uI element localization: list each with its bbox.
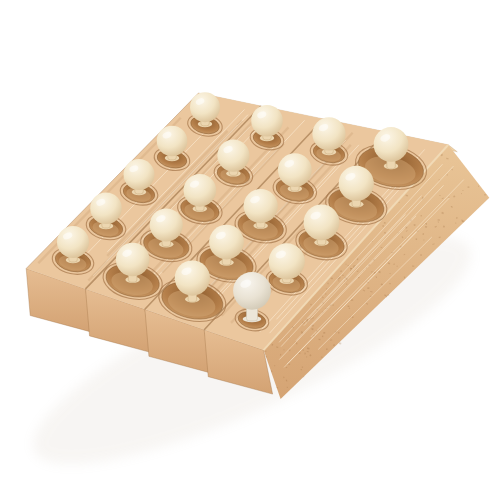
knob-ball	[278, 153, 312, 187]
wood-speckle	[301, 369, 303, 370]
wood-speckle	[339, 342, 341, 344]
wood-speckle	[367, 287, 369, 289]
wood-speckle	[322, 336, 323, 338]
wood-speckle	[484, 194, 486, 195]
knob-ball	[209, 225, 244, 260]
knob-ball	[150, 208, 183, 241]
cylinder-blocks-illustration	[0, 0, 500, 500]
wood-speckle	[325, 293, 326, 294]
wood-speckle	[326, 348, 328, 349]
wood-speckle	[288, 364, 290, 365]
wood-speckle	[397, 266, 398, 267]
wood-speckle	[306, 356, 307, 357]
wood-speckle	[423, 240, 424, 241]
knob-ball	[175, 260, 210, 295]
wood-speckle	[342, 275, 344, 276]
wood-speckle	[277, 387, 279, 388]
wood-speckle	[331, 277, 333, 279]
knob-ball	[190, 92, 220, 122]
knob-ball	[157, 126, 188, 157]
wood-speckle	[296, 343, 297, 345]
wood-speckle	[439, 195, 441, 196]
wood-speckle	[323, 332, 325, 334]
knob-ball	[57, 226, 89, 258]
knob-ball	[90, 192, 122, 224]
knob-ball	[244, 189, 278, 223]
wood-speckle	[462, 190, 463, 191]
wood-speckle	[399, 202, 400, 203]
wood-speckle	[345, 264, 346, 265]
product-photo	[0, 0, 500, 500]
knob-ball	[233, 272, 271, 310]
wood-speckle	[390, 273, 391, 274]
knob-ball	[116, 243, 150, 277]
knob-ball	[304, 205, 340, 241]
wood-speckle	[382, 225, 384, 227]
wood-speckle	[319, 339, 321, 340]
knob-ball	[124, 159, 155, 190]
wood-speckle	[416, 238, 417, 240]
knob-ball	[217, 139, 249, 171]
wood-speckle	[265, 351, 267, 352]
knob-ball	[339, 166, 374, 201]
wood-speckle	[447, 174, 448, 175]
wood-speckle	[384, 222, 386, 224]
knob-ball	[251, 105, 283, 137]
knob-ball	[374, 127, 409, 162]
wood-speckle	[420, 254, 421, 256]
knob-ball	[269, 243, 305, 279]
knob-ball	[184, 174, 217, 207]
knob-ball	[312, 117, 345, 150]
wood-speckle	[304, 353, 305, 355]
